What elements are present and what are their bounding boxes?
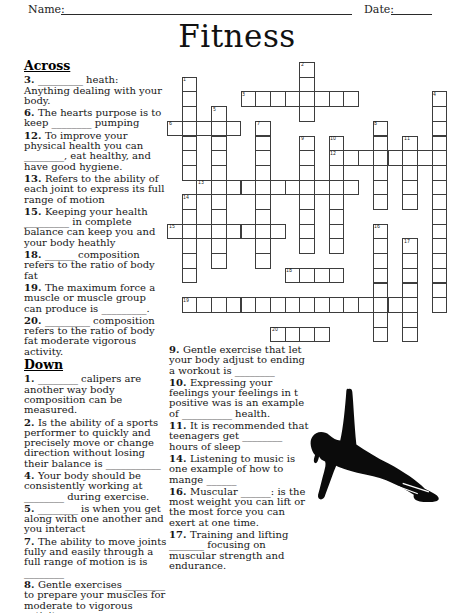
grid-cell-r13c16[interactable]: [402, 253, 418, 269]
grid-cell-r9c16[interactable]: [402, 194, 418, 210]
grid-cell-r6c14[interactable]: [373, 150, 389, 166]
grid-cell-r16c14[interactable]: [373, 297, 389, 313]
grid-cell-r3c9[interactable]: [299, 106, 315, 122]
across-clue-list: 3. _________ heath: Anything dealing wit…: [24, 75, 167, 357]
grid-cell-r8c5[interactable]: [241, 180, 257, 196]
cell-number-15: 15: [169, 225, 175, 230]
grid-cell-r16c7[interactable]: [270, 297, 286, 313]
grid-cell-r6c12[interactable]: [343, 150, 359, 166]
down-clue-list-left: 1. ________ calipers are another way bod…: [24, 374, 167, 613]
grid-cell-r5c18[interactable]: [432, 136, 448, 152]
grid-cell-r2c7[interactable]: [270, 91, 286, 107]
grid-cell-r17c16[interactable]: [402, 312, 418, 328]
cell-number-20: 20: [272, 328, 278, 333]
cell-number-1: 1: [183, 78, 186, 83]
cell-number-10: 10: [330, 137, 336, 142]
grid-cell-r6c13[interactable]: [358, 150, 374, 166]
grid-cell-r11c4[interactable]: [226, 224, 242, 240]
grid-cell-r9c14[interactable]: [373, 194, 389, 210]
grid-cell-r8c3[interactable]: [211, 180, 227, 196]
grid-cell-r7c16[interactable]: [402, 165, 418, 181]
clue-across-3: 3. _________ heath: Anything dealing wit…: [24, 75, 167, 106]
grid-cell-r8c7[interactable]: [270, 180, 286, 196]
grid-cell-r10c11[interactable]: [329, 209, 345, 225]
grid-cell-r18c14[interactable]: [373, 327, 389, 343]
clue-across-15: 15. Keeping your health _________ in com…: [24, 207, 167, 248]
grid-cell-r14c18[interactable]: [432, 268, 448, 284]
grid-cell-r8c10[interactable]: [314, 180, 330, 196]
grid-cell-r4c2[interactable]: [196, 121, 212, 137]
cell-number-5: 5: [213, 108, 216, 113]
grid-cell-r16c6[interactable]: [255, 297, 271, 313]
clue-across-18: 18. ______ composition refers to the rat…: [24, 250, 167, 281]
grid-cell-r11c1[interactable]: [182, 224, 198, 240]
grid-cell-r2c9[interactable]: [299, 91, 315, 107]
cell-number-3: 3: [242, 93, 245, 98]
grid-cell-r7c1[interactable]: [182, 165, 198, 181]
grid-cell-r16c15[interactable]: [388, 297, 404, 313]
clue-down-4: 4. Your body should be consistently work…: [24, 471, 167, 502]
cell-number-7: 7: [257, 122, 260, 127]
cell-number-2: 2: [301, 63, 304, 68]
clue-down-2: 2. Is the ability of a sports performer …: [24, 418, 167, 469]
grid-cell-r15c16[interactable]: [402, 283, 418, 299]
grid-cell-r4c18[interactable]: [432, 121, 448, 137]
grid-cell-r16c3[interactable]: [211, 297, 227, 313]
grid-cell-r16c18[interactable]: [432, 297, 448, 313]
grid-cell-r9c3[interactable]: [211, 194, 227, 210]
grid-cell-r18c16[interactable]: [402, 327, 418, 343]
grid-cell-r10c3[interactable]: [211, 209, 227, 225]
grid-cell-r7c14[interactable]: [373, 165, 389, 181]
down-clue-list-right: 9. Gentle exercise that let your body ad…: [169, 345, 312, 571]
grid-cell-r18c8[interactable]: [285, 327, 301, 343]
clue-down-1: 1. ________ calipers are another way bod…: [24, 374, 167, 415]
clue-down-8: 8. Gentle exercises ________ to prepare …: [24, 580, 167, 613]
cell-number-11: 11: [404, 137, 410, 142]
grid-cell-r10c9[interactable]: [299, 209, 315, 225]
grid-cell-r12c18[interactable]: [432, 238, 448, 254]
grid-cell-r12c3[interactable]: [211, 238, 227, 254]
clue-across-12: 12. To improve your physical health you …: [24, 131, 167, 172]
cell-number-13: 13: [198, 181, 204, 186]
grid-cell-r8c4[interactable]: [226, 180, 242, 196]
grid-cell-r1c9[interactable]: [299, 77, 315, 93]
grid-cell-r7c6[interactable]: [255, 165, 271, 181]
grid-cell-r14c11[interactable]: [329, 268, 345, 284]
clue-across-20: 20. _________ composition refers to the …: [24, 316, 167, 357]
grid-cell-r18c9[interactable]: [299, 327, 315, 343]
grid-cell-r9c18[interactable]: [432, 194, 448, 210]
grid-cell-r13c14[interactable]: [373, 253, 389, 269]
grid-cell-r11c2[interactable]: [196, 224, 212, 240]
grid-cell-r11c9[interactable]: [299, 224, 315, 240]
clue-across-13: 13. Refers to the ability of each joint …: [24, 174, 167, 205]
grid-cell-r6c9[interactable]: [299, 150, 315, 166]
date-label: Date:: [364, 3, 394, 16]
grid-cell-r16c4[interactable]: [226, 297, 242, 313]
grid-cell-r8c8[interactable]: [285, 180, 301, 196]
cell-number-14: 14: [183, 196, 189, 201]
clue-column-right: 9. Gentle exercise that let your body ad…: [169, 345, 312, 573]
grid-cell-r6c16[interactable]: [402, 150, 418, 166]
clue-down-5: 5. ________ is when you get along with o…: [24, 504, 167, 535]
grid-cell-r15c14[interactable]: [373, 283, 389, 299]
cell-number-16: 16: [374, 225, 380, 230]
grid-cell-r13c3[interactable]: [211, 253, 227, 269]
grid-cell-r8c12[interactable]: [343, 180, 359, 196]
grid-cell-r6c1[interactable]: [182, 150, 198, 166]
grid-cell-r11c11[interactable]: [329, 224, 345, 240]
grid-cell-r16c9[interactable]: [299, 297, 315, 313]
grid-cell-r8c6[interactable]: [255, 180, 271, 196]
grid-cell-r2c11[interactable]: [329, 91, 345, 107]
grid-cell-r8c18[interactable]: [432, 180, 448, 196]
grid-cell-r16c2[interactable]: [196, 297, 212, 313]
cell-number-18: 18: [286, 269, 292, 274]
grid-cell-r16c10[interactable]: [314, 297, 330, 313]
grid-cell-r16c11[interactable]: [329, 297, 345, 313]
clue-down-10: 10. Expressing your feelings your feelin…: [169, 378, 312, 419]
grid-cell-r6c18[interactable]: [432, 150, 448, 166]
grid-cell-r18c10[interactable]: [314, 327, 330, 343]
grid-cell-r7c11[interactable]: [329, 165, 345, 181]
grid-cell-r14c10[interactable]: [314, 268, 330, 284]
cell-number-12: 12: [330, 152, 336, 157]
grid-cell-r6c17[interactable]: [417, 150, 433, 166]
grid-cell-r10c6[interactable]: [255, 209, 271, 225]
worksheet-page: Name: Date: Fitness Across 3. _________ …: [0, 0, 474, 613]
grid-cell-r2c12[interactable]: [343, 91, 359, 107]
clue-down-9: 9. Gentle exercise that let your body ad…: [169, 345, 312, 376]
grid-cell-r10c18[interactable]: [432, 209, 448, 225]
clue-column-left: Across 3. _________ heath: Anything deal…: [24, 61, 167, 613]
grid-cell-r3c1[interactable]: [182, 106, 198, 122]
grid-cell-r2c8[interactable]: [285, 91, 301, 107]
clue-down-17: 17. Training and lifting _______ focusin…: [169, 530, 312, 571]
cell-number-17: 17: [404, 240, 410, 245]
grid-cell-r12c6[interactable]: [255, 238, 271, 254]
cell-number-8: 8: [374, 122, 377, 127]
grid-cell-r5c14[interactable]: [373, 136, 389, 152]
grid-cell-r11c7[interactable]: [270, 224, 286, 240]
grid-cell-r10c1[interactable]: [182, 209, 198, 225]
grid-cell-r12c1[interactable]: [182, 238, 198, 254]
cell-number-4: 4: [433, 93, 436, 98]
exercise-silhouette-image: [309, 388, 445, 507]
grid-cell-r8c9[interactable]: [299, 180, 315, 196]
grid-cell-r15c18[interactable]: [432, 283, 448, 299]
grid-cell-r7c3[interactable]: [211, 165, 227, 181]
grid-cell-r16c16[interactable]: [402, 297, 418, 313]
grid-cell-r16c8[interactable]: [285, 297, 301, 313]
clue-down-14: 14. Listening to music is one example of…: [169, 454, 312, 485]
grid-cell-r12c9[interactable]: [299, 238, 315, 254]
cell-number-6: 6: [169, 122, 172, 127]
grid-cell-r13c18[interactable]: [432, 253, 448, 269]
grid-cell-r4c3[interactable]: [211, 121, 227, 137]
grid-cell-r9c11[interactable]: [329, 194, 345, 210]
cell-number-9: 9: [301, 137, 304, 142]
grid-cell-r14c1[interactable]: [182, 268, 198, 284]
grid-cell-r13c1[interactable]: [182, 253, 198, 269]
across-header: Across: [24, 61, 167, 71]
grid-cell-r9c9[interactable]: [299, 194, 315, 210]
grid-cell-r6c15[interactable]: [388, 150, 404, 166]
grid-cell-r14c14[interactable]: [373, 268, 389, 284]
grid-cell-r12c11[interactable]: [329, 238, 345, 254]
grid-cell-r16c12[interactable]: [343, 297, 359, 313]
grid-cell-r7c18[interactable]: [432, 165, 448, 181]
grid-cell-r11c18[interactable]: [432, 224, 448, 240]
grid-cell-r14c16[interactable]: [402, 268, 418, 284]
grid-cell-r4c4[interactable]: [226, 121, 242, 137]
down-header: Down: [24, 360, 167, 370]
grid-cell-r16c13[interactable]: [358, 297, 374, 313]
grid-cell-r16c5[interactable]: [241, 297, 257, 313]
grid-cell-r5c6[interactable]: [255, 136, 271, 152]
grid-cell-r2c1[interactable]: [182, 91, 198, 107]
grid-cell-r3c18[interactable]: [432, 106, 448, 122]
grid-cell-r11c3[interactable]: [211, 224, 227, 240]
grid-cell-r8c14[interactable]: [373, 180, 389, 196]
grid-cell-r8c16[interactable]: [402, 180, 418, 196]
grid-cell-r2c10[interactable]: [314, 91, 330, 107]
clue-down-7: 7. The ability to move joints fully and …: [24, 537, 167, 578]
grid-cell-r13c6[interactable]: [255, 253, 271, 269]
grid-cell-r5c3[interactable]: [211, 136, 227, 152]
page-title: Fitness: [0, 18, 474, 54]
clue-down-11: 11. It is recommended that teenagers get…: [169, 421, 312, 452]
crossword-grid[interactable]: 1234567891011121314151617181920: [167, 62, 447, 342]
grid-cell-r11c5[interactable]: [241, 224, 257, 240]
grid-cell-r12c14[interactable]: [373, 238, 389, 254]
cell-number-19: 19: [183, 299, 189, 304]
date-field-line[interactable]: [391, 4, 432, 15]
grid-cell-r11c6[interactable]: [255, 224, 271, 240]
grid-cell-r8c11[interactable]: [329, 180, 345, 196]
name-field-line[interactable]: [61, 4, 352, 15]
grid-cell-r14c9[interactable]: [299, 268, 315, 284]
clue-across-6: 6. The hearts purpose is to keep _______…: [24, 108, 167, 129]
clue-across-19: 19. The maximum force a muscle or muscle…: [24, 283, 167, 314]
clue-down-16: 16. Muscular ______: is the most weight …: [169, 487, 312, 528]
grid-cell-r2c6[interactable]: [255, 91, 271, 107]
grid-cell-r7c9[interactable]: [299, 165, 315, 181]
grid-cell-r6c6[interactable]: [255, 150, 271, 166]
name-label: Name:: [28, 3, 65, 16]
grid-cell-r6c3[interactable]: [211, 150, 227, 166]
grid-cell-r5c1[interactable]: [182, 136, 198, 152]
grid-cell-r17c14[interactable]: [373, 312, 389, 328]
grid-cell-r4c1[interactable]: [182, 121, 198, 137]
grid-cell-r9c6[interactable]: [255, 194, 271, 210]
